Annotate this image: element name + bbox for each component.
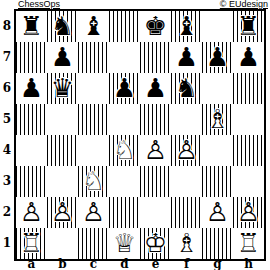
square-h5 <box>233 104 264 135</box>
piece-glyph: ♙ <box>233 197 264 228</box>
square-c6 <box>78 73 109 104</box>
square-c4 <box>78 135 109 166</box>
rank-label-3: 3 <box>0 166 14 197</box>
piece-glyph: ♙ <box>78 197 109 228</box>
file-label-a: a <box>16 259 47 270</box>
piece-white-pawn: ♟♙ <box>171 135 202 166</box>
piece-white-bishop: ♝♗ <box>171 228 202 259</box>
piece-black-bishop: ♝♝ <box>171 11 202 42</box>
piece-glyph: ♔ <box>140 228 171 259</box>
piece-black-pawn: ♟♟ <box>140 73 171 104</box>
square-h4 <box>233 135 264 166</box>
square-c3: ♞♘ <box>78 166 109 197</box>
piece-glyph: ♗ <box>171 228 202 259</box>
square-h6 <box>233 73 264 104</box>
square-b3 <box>47 166 78 197</box>
piece-glyph: ♗ <box>202 104 233 135</box>
piece-white-knight: ♞♘ <box>78 166 109 197</box>
square-b1 <box>47 228 78 259</box>
piece-glyph: ♙ <box>47 197 78 228</box>
square-g1 <box>202 228 233 259</box>
square-d3 <box>109 166 140 197</box>
square-e3 <box>140 166 171 197</box>
piece-glyph: ♕ <box>109 228 140 259</box>
square-e8: ♚♚ <box>140 11 171 42</box>
piece-glyph: ♘ <box>109 135 140 166</box>
square-c8: ♝♝ <box>78 11 109 42</box>
piece-white-bishop: ♝♗ <box>202 104 233 135</box>
square-f8: ♝♝ <box>171 11 202 42</box>
square-f4: ♟♙ <box>171 135 202 166</box>
piece-white-rook: ♜♖ <box>233 228 264 259</box>
piece-white-pawn: ♟♙ <box>78 197 109 228</box>
square-d7 <box>109 42 140 73</box>
piece-black-pawn: ♟♟ <box>109 73 140 104</box>
square-g8 <box>202 11 233 42</box>
piece-glyph: ♟ <box>202 42 233 73</box>
rank-label-7: 7 <box>0 42 14 73</box>
piece-glyph: ♞ <box>171 73 202 104</box>
piece-glyph: ♙ <box>171 135 202 166</box>
square-e4: ♟♙ <box>140 135 171 166</box>
piece-glyph: ♖ <box>16 228 47 259</box>
square-a3 <box>16 166 47 197</box>
square-b5 <box>47 104 78 135</box>
square-c5 <box>78 104 109 135</box>
rank-labels: 87654321 <box>0 11 14 259</box>
square-f3 <box>171 166 202 197</box>
file-label-c: c <box>78 259 109 270</box>
square-g6 <box>202 73 233 104</box>
square-f1: ♝♗ <box>171 228 202 259</box>
piece-black-knight: ♞♞ <box>171 73 202 104</box>
app-title-link[interactable]: ChessOps <box>18 0 60 9</box>
square-d1: ♛♕ <box>109 228 140 259</box>
square-g2: ♟♙ <box>202 197 233 228</box>
square-b4 <box>47 135 78 166</box>
piece-white-pawn: ♟♙ <box>47 197 78 228</box>
square-e2 <box>140 197 171 228</box>
square-b8: ♞♞ <box>47 11 78 42</box>
square-b2: ♟♙ <box>47 197 78 228</box>
piece-white-knight: ♞♘ <box>109 135 140 166</box>
piece-black-rook: ♜♜ <box>16 11 47 42</box>
piece-glyph: ♛ <box>47 73 78 104</box>
square-d8 <box>109 11 140 42</box>
piece-white-pawn: ♟♙ <box>16 197 47 228</box>
square-g7: ♟♟ <box>202 42 233 73</box>
piece-glyph: ♟ <box>140 73 171 104</box>
file-label-h: h <box>233 259 264 270</box>
piece-black-queen: ♛♛ <box>47 73 78 104</box>
piece-glyph: ♟ <box>171 42 202 73</box>
file-label-g: g <box>202 259 233 270</box>
file-labels: abcdefgh <box>16 259 264 270</box>
piece-black-pawn: ♟♟ <box>233 42 264 73</box>
rank-label-5: 5 <box>0 104 14 135</box>
piece-white-king: ♚♔ <box>140 228 171 259</box>
piece-glyph: ♟ <box>233 42 264 73</box>
square-c2: ♟♙ <box>78 197 109 228</box>
square-g3 <box>202 166 233 197</box>
square-d6: ♟♟ <box>109 73 140 104</box>
square-d2 <box>109 197 140 228</box>
square-d5 <box>109 104 140 135</box>
piece-glyph: ♝ <box>78 11 109 42</box>
header: ChessOps © EUdesign <box>0 0 270 9</box>
square-c7 <box>78 42 109 73</box>
rank-label-2: 2 <box>0 197 14 228</box>
square-g5: ♝♗ <box>202 104 233 135</box>
piece-white-pawn: ♟♙ <box>233 197 264 228</box>
square-f5 <box>171 104 202 135</box>
chess-diagram-page: ChessOps © EUdesign 87654321 ♜♜♞♞♝♝♚♚♝♝♜… <box>0 0 270 270</box>
square-g4 <box>202 135 233 166</box>
square-b6: ♛♛ <box>47 73 78 104</box>
square-e5 <box>140 104 171 135</box>
piece-black-pawn: ♟♟ <box>171 42 202 73</box>
square-h3 <box>233 166 264 197</box>
piece-black-king: ♚♚ <box>140 11 171 42</box>
piece-black-pawn: ♟♟ <box>47 42 78 73</box>
piece-black-bishop: ♝♝ <box>78 11 109 42</box>
square-a8: ♜♜ <box>16 11 47 42</box>
board: ♜♜♞♞♝♝♚♚♝♝♜♜♟♟♟♟♟♟♟♟♟♟♛♛♟♟♟♟♞♞♝♗♞♘♟♙♟♙♞♘… <box>14 9 266 261</box>
square-h1: ♜♖ <box>233 228 264 259</box>
square-e7 <box>140 42 171 73</box>
square-a6: ♟♟ <box>16 73 47 104</box>
piece-black-pawn: ♟♟ <box>16 73 47 104</box>
piece-glyph: ♘ <box>78 166 109 197</box>
piece-glyph: ♞ <box>47 11 78 42</box>
piece-black-rook: ♜♜ <box>233 11 264 42</box>
credit-link[interactable]: © EUdesign <box>220 0 268 9</box>
file-label-f: f <box>171 259 202 270</box>
square-h7: ♟♟ <box>233 42 264 73</box>
square-b7: ♟♟ <box>47 42 78 73</box>
square-d4: ♞♘ <box>109 135 140 166</box>
rank-label-8: 8 <box>0 11 14 42</box>
piece-glyph: ♜ <box>16 11 47 42</box>
square-h2: ♟♙ <box>233 197 264 228</box>
piece-white-pawn: ♟♙ <box>140 135 171 166</box>
file-label-b: b <box>47 259 78 270</box>
square-f7: ♟♟ <box>171 42 202 73</box>
piece-glyph: ♙ <box>16 197 47 228</box>
piece-glyph: ♚ <box>140 11 171 42</box>
square-f6: ♞♞ <box>171 73 202 104</box>
square-e6: ♟♟ <box>140 73 171 104</box>
piece-glyph: ♟ <box>47 42 78 73</box>
square-e1: ♚♔ <box>140 228 171 259</box>
rank-label-1: 1 <box>0 228 14 259</box>
rank-label-6: 6 <box>0 73 14 104</box>
piece-glyph: ♙ <box>140 135 171 166</box>
piece-glyph: ♜ <box>233 11 264 42</box>
piece-glyph: ♟ <box>109 73 140 104</box>
square-a2: ♟♙ <box>16 197 47 228</box>
piece-glyph: ♟ <box>16 73 47 104</box>
square-h8: ♜♜ <box>233 11 264 42</box>
piece-glyph: ♙ <box>202 197 233 228</box>
file-label-e: e <box>140 259 171 270</box>
square-a7 <box>16 42 47 73</box>
piece-white-rook: ♜♖ <box>16 228 47 259</box>
piece-black-pawn: ♟♟ <box>202 42 233 73</box>
square-a1: ♜♖ <box>16 228 47 259</box>
square-f2 <box>171 197 202 228</box>
piece-black-knight: ♞♞ <box>47 11 78 42</box>
square-a4 <box>16 135 47 166</box>
rank-label-4: 4 <box>0 135 14 166</box>
piece-glyph: ♝ <box>171 11 202 42</box>
square-a5 <box>16 104 47 135</box>
file-label-d: d <box>109 259 140 270</box>
piece-white-queen: ♛♕ <box>109 228 140 259</box>
square-c1 <box>78 228 109 259</box>
piece-white-pawn: ♟♙ <box>202 197 233 228</box>
piece-glyph: ♖ <box>233 228 264 259</box>
